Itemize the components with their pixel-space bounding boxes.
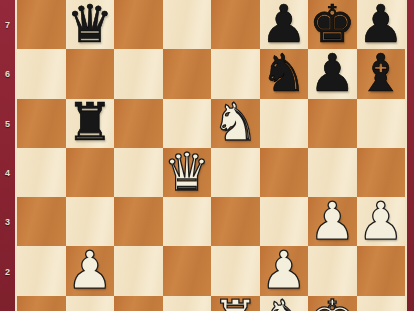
square-e2[interactable] <box>211 246 260 295</box>
square-b3[interactable] <box>66 197 115 246</box>
piece-black-knight-f6[interactable]: ♞ <box>260 47 307 99</box>
square-g1[interactable]: ♚ <box>308 296 357 311</box>
square-g6[interactable]: ♟ <box>308 49 357 98</box>
piece-white-rook-e1[interactable]: ♜ <box>212 293 259 311</box>
square-e6[interactable] <box>211 49 260 98</box>
square-b1[interactable] <box>66 296 115 311</box>
square-c5[interactable] <box>114 99 163 148</box>
square-d5[interactable] <box>163 99 212 148</box>
square-b4[interactable] <box>66 148 115 197</box>
square-f4[interactable] <box>260 148 309 197</box>
square-a7[interactable] <box>17 0 66 49</box>
square-a6[interactable] <box>17 49 66 98</box>
piece-white-pawn-h3[interactable]: ♟ <box>357 195 404 247</box>
square-c7[interactable] <box>114 0 163 49</box>
square-a3[interactable] <box>17 197 66 246</box>
square-f3[interactable] <box>260 197 309 246</box>
square-h1[interactable] <box>357 296 406 311</box>
piece-white-knight-f1[interactable]: ♞ <box>260 293 307 311</box>
square-a4[interactable] <box>17 148 66 197</box>
square-f1[interactable]: ♞ <box>260 296 309 311</box>
chess-board-frame: ♛♟♚♟♞♟♝♜♞♛♟♟♟♟♜♞♚ 765432 <box>0 0 414 311</box>
piece-black-rook-b5[interactable]: ♜ <box>66 96 113 148</box>
square-b6[interactable] <box>66 49 115 98</box>
rank-label-4: 4 <box>0 168 15 178</box>
square-a5[interactable] <box>17 99 66 148</box>
square-c4[interactable] <box>114 148 163 197</box>
chess-board: ♛♟♚♟♞♟♝♜♞♛♟♟♟♟♜♞♚ <box>17 0 405 311</box>
piece-white-king-g1[interactable]: ♚ <box>309 293 356 311</box>
square-f5[interactable] <box>260 99 309 148</box>
square-g3[interactable]: ♟ <box>308 197 357 246</box>
piece-white-queen-d4[interactable]: ♛ <box>163 145 210 197</box>
square-f7[interactable]: ♟ <box>260 0 309 49</box>
rank-label-3: 3 <box>0 217 15 227</box>
square-c6[interactable] <box>114 49 163 98</box>
rank-label-7: 7 <box>0 20 15 30</box>
board-right-border <box>405 0 414 311</box>
square-g4[interactable] <box>308 148 357 197</box>
square-f6[interactable]: ♞ <box>260 49 309 98</box>
square-e5[interactable]: ♞ <box>211 99 260 148</box>
square-b7[interactable]: ♛ <box>66 0 115 49</box>
board-left-border <box>0 0 17 311</box>
square-h5[interactable] <box>357 99 406 148</box>
piece-black-pawn-g6[interactable]: ♟ <box>309 47 356 99</box>
square-e4[interactable] <box>211 148 260 197</box>
square-c3[interactable] <box>114 197 163 246</box>
square-g7[interactable]: ♚ <box>308 0 357 49</box>
rank-label-2: 2 <box>0 267 15 277</box>
piece-white-pawn-g3[interactable]: ♟ <box>309 195 356 247</box>
square-b2[interactable]: ♟ <box>66 246 115 295</box>
rank-label-5: 5 <box>0 119 15 129</box>
square-e7[interactable] <box>211 0 260 49</box>
square-d2[interactable] <box>163 246 212 295</box>
square-d3[interactable] <box>163 197 212 246</box>
piece-white-pawn-f2[interactable]: ♟ <box>260 244 307 296</box>
square-a2[interactable] <box>17 246 66 295</box>
square-h2[interactable] <box>357 246 406 295</box>
rank-label-6: 6 <box>0 69 15 79</box>
square-b5[interactable]: ♜ <box>66 99 115 148</box>
square-c1[interactable] <box>114 296 163 311</box>
square-g5[interactable] <box>308 99 357 148</box>
square-d7[interactable] <box>163 0 212 49</box>
square-h6[interactable]: ♝ <box>357 49 406 98</box>
square-h7[interactable]: ♟ <box>357 0 406 49</box>
square-h4[interactable] <box>357 148 406 197</box>
piece-black-bishop-h6[interactable]: ♝ <box>357 47 404 99</box>
square-c2[interactable] <box>114 246 163 295</box>
square-a1[interactable] <box>17 296 66 311</box>
piece-white-knight-e5[interactable]: ♞ <box>212 96 259 148</box>
piece-white-pawn-b2[interactable]: ♟ <box>66 244 113 296</box>
square-h3[interactable]: ♟ <box>357 197 406 246</box>
square-e3[interactable] <box>211 197 260 246</box>
square-d6[interactable] <box>163 49 212 98</box>
square-f2[interactable]: ♟ <box>260 246 309 295</box>
piece-black-queen-b7[interactable]: ♛ <box>66 0 113 50</box>
square-d4[interactable]: ♛ <box>163 148 212 197</box>
square-e1[interactable]: ♜ <box>211 296 260 311</box>
square-d1[interactable] <box>163 296 212 311</box>
square-g2[interactable] <box>308 246 357 295</box>
